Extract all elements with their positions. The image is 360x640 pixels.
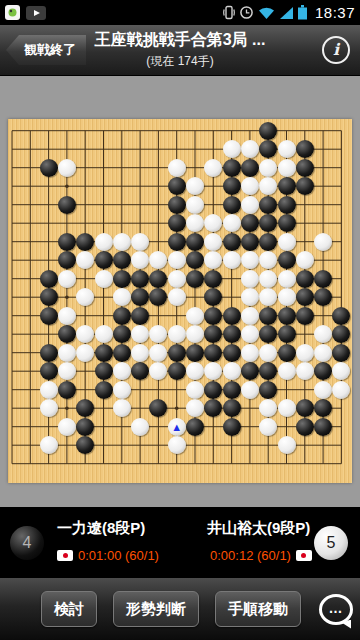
white-stone: [241, 196, 259, 214]
black-stone: [58, 325, 76, 343]
white-stone: [95, 233, 113, 251]
move-navigation-button[interactable]: 手順移動: [215, 591, 301, 627]
white-stone: [223, 251, 241, 269]
white-stone: [113, 399, 131, 417]
black-stone: [58, 381, 76, 399]
black-stone: [223, 381, 241, 399]
black-stone: [168, 177, 186, 195]
info-icon[interactable]: i: [322, 36, 350, 64]
white-stone: [113, 233, 131, 251]
black-stone: [296, 140, 314, 158]
black-stone: [204, 344, 222, 362]
white-stone: [332, 381, 350, 399]
white-stone: [58, 159, 76, 177]
white-time-text: 0:00:12 (60/1): [210, 548, 291, 563]
black-stone: [223, 177, 241, 195]
black-stone: [40, 344, 58, 362]
white-stone: [186, 307, 204, 325]
black-stone: [40, 270, 58, 288]
white-stone: [223, 140, 241, 158]
black-stone: [296, 159, 314, 177]
black-stone: [186, 418, 204, 436]
black-stone: [241, 159, 259, 177]
black-stone: [223, 196, 241, 214]
white-stone: [131, 344, 149, 362]
black-stone: [168, 233, 186, 251]
white-stone: [259, 270, 277, 288]
black-stone: [40, 159, 58, 177]
white-stone: [58, 418, 76, 436]
black-stone: [278, 325, 296, 343]
black-capture-ball: 4: [10, 526, 44, 560]
white-stone: [131, 418, 149, 436]
white-stone: [314, 344, 332, 362]
white-stone: [113, 381, 131, 399]
white-stone: [241, 177, 259, 195]
black-stone: [223, 399, 241, 417]
last-move-marker: ▲: [168, 418, 186, 436]
black-stone: [58, 196, 76, 214]
white-stone: [314, 233, 332, 251]
white-stone: [204, 233, 222, 251]
black-stone: [113, 344, 131, 362]
white-stone: [278, 140, 296, 158]
japan-flag-icon: [296, 550, 312, 561]
white-stone: [40, 399, 58, 417]
black-stone: [278, 196, 296, 214]
black-stone: [332, 344, 350, 362]
white-stone: [278, 436, 296, 454]
white-stone: [58, 270, 76, 288]
white-stone: [168, 251, 186, 269]
black-stone: [95, 362, 113, 380]
black-stone: [259, 196, 277, 214]
white-stone: [241, 288, 259, 306]
black-stone: [278, 307, 296, 325]
black-player-timer: 0:01:00 (60/1): [57, 548, 159, 563]
japan-flag-icon: [57, 550, 73, 561]
go-board[interactable]: ▲: [8, 119, 352, 483]
black-stone: [296, 307, 314, 325]
black-stone: [278, 177, 296, 195]
black-stone: [314, 270, 332, 288]
black-stone: [95, 381, 113, 399]
black-stone: [278, 344, 296, 362]
black-stone: [40, 307, 58, 325]
move-count: (現在 174手): [50, 53, 310, 70]
black-stone: [223, 233, 241, 251]
battery-icon: [298, 5, 307, 20]
white-stone: [204, 159, 222, 177]
white-stone: [241, 270, 259, 288]
white-stone: [113, 288, 131, 306]
white-capture-ball: 5: [314, 526, 348, 560]
black-stone: [223, 344, 241, 362]
status-bar: 18:37: [0, 0, 360, 25]
white-stone: [278, 362, 296, 380]
white-player-timer: 0:00:12 (60/1): [210, 548, 312, 563]
white-stone: [168, 270, 186, 288]
black-stone: [186, 270, 204, 288]
black-stone: [95, 344, 113, 362]
alarm-icon: [239, 5, 254, 20]
white-stone: [168, 159, 186, 177]
white-stone: [278, 233, 296, 251]
white-stone: [296, 344, 314, 362]
black-stone: [186, 233, 204, 251]
black-stone: [241, 362, 259, 380]
white-stone: [241, 307, 259, 325]
black-stone: [314, 418, 332, 436]
title-bar: 観戦終了 王座戦挑戦手合第3局 ... (現在 174手) i: [0, 25, 360, 76]
white-stone: [241, 325, 259, 343]
white-stone: [223, 362, 241, 380]
black-stone: [332, 307, 350, 325]
clock-text: 18:37: [315, 4, 355, 21]
black-stone: [296, 399, 314, 417]
black-stone: [223, 418, 241, 436]
bottom-toolbar: 検討 形勢判断 手順移動 …: [0, 578, 360, 640]
white-stone: [168, 288, 186, 306]
black-stone: [296, 418, 314, 436]
white-stone: [131, 233, 149, 251]
black-stone: [278, 251, 296, 269]
black-stone: [58, 251, 76, 269]
black-stone: [168, 214, 186, 232]
youtube-icon: [26, 6, 46, 20]
black-stone: [40, 288, 58, 306]
white-stone: [40, 436, 58, 454]
black-stone: [131, 307, 149, 325]
white-stone: [40, 381, 58, 399]
white-stone: [241, 140, 259, 158]
white-stone: [278, 399, 296, 417]
black-stone: [241, 233, 259, 251]
black-stone: [113, 325, 131, 343]
white-stone: [76, 344, 94, 362]
white-stone: [296, 251, 314, 269]
black-stone: [40, 362, 58, 380]
white-stone: [241, 344, 259, 362]
review-button[interactable]: 検討: [41, 591, 97, 627]
black-stone: [204, 307, 222, 325]
black-stone: [241, 214, 259, 232]
white-stone: [113, 362, 131, 380]
player-bar: 4 一力遼(8段P) 0:01:00 (60/1) 井山裕太(9段P) 0:00…: [0, 507, 360, 578]
white-stone: [168, 325, 186, 343]
white-stone: [241, 251, 259, 269]
chat-bubble-icon[interactable]: …: [319, 594, 353, 625]
white-stone: [259, 418, 277, 436]
black-stone: [76, 233, 94, 251]
black-stone: [113, 270, 131, 288]
white-stone: [58, 362, 76, 380]
app-notification-icon: [5, 5, 20, 20]
wifi-icon: [258, 6, 275, 20]
white-stone: [95, 270, 113, 288]
white-stone: [58, 307, 76, 325]
white-stone: [58, 344, 76, 362]
black-stone: [204, 270, 222, 288]
black-time-text: 0:01:00 (60/1): [78, 548, 159, 563]
black-stone: [259, 307, 277, 325]
black-stone: [296, 270, 314, 288]
white-stone: [259, 344, 277, 362]
white-stone: [168, 436, 186, 454]
black-stone: [113, 307, 131, 325]
black-stone: [204, 381, 222, 399]
black-stone: [58, 233, 76, 251]
white-stone: [95, 325, 113, 343]
black-stone: [131, 270, 149, 288]
black-stone: [168, 362, 186, 380]
black-stone: [296, 177, 314, 195]
black-player-name: 一力遼(8段P): [57, 519, 145, 538]
white-player-name: 井山裕太(9段P): [207, 519, 310, 538]
black-stone: [168, 196, 186, 214]
white-stone: [186, 381, 204, 399]
black-stone: [149, 270, 167, 288]
black-stone: [278, 214, 296, 232]
white-stone: [296, 362, 314, 380]
black-stone: [113, 251, 131, 269]
vibrate-icon: [223, 5, 235, 20]
black-stone: [186, 344, 204, 362]
white-stone: [314, 381, 332, 399]
white-stone: [259, 159, 277, 177]
white-stone: [241, 381, 259, 399]
white-stone: [223, 214, 241, 232]
black-stone: [296, 288, 314, 306]
white-stone: [278, 270, 296, 288]
black-stone: [95, 251, 113, 269]
black-stone: [76, 418, 94, 436]
black-stone: [223, 325, 241, 343]
white-stone: [278, 288, 296, 306]
black-stone: [223, 307, 241, 325]
black-stone: [259, 122, 277, 140]
signal-icon: [279, 6, 294, 20]
white-stone: [278, 159, 296, 177]
black-stone: [259, 233, 277, 251]
white-stone: [186, 196, 204, 214]
white-stone: [149, 344, 167, 362]
black-stone: [259, 381, 277, 399]
game-title: 王座戦挑戦手合第3局 ...: [50, 30, 310, 51]
black-stone: [168, 344, 186, 362]
position-judge-button[interactable]: 形勢判断: [113, 591, 199, 627]
black-stone: [223, 159, 241, 177]
